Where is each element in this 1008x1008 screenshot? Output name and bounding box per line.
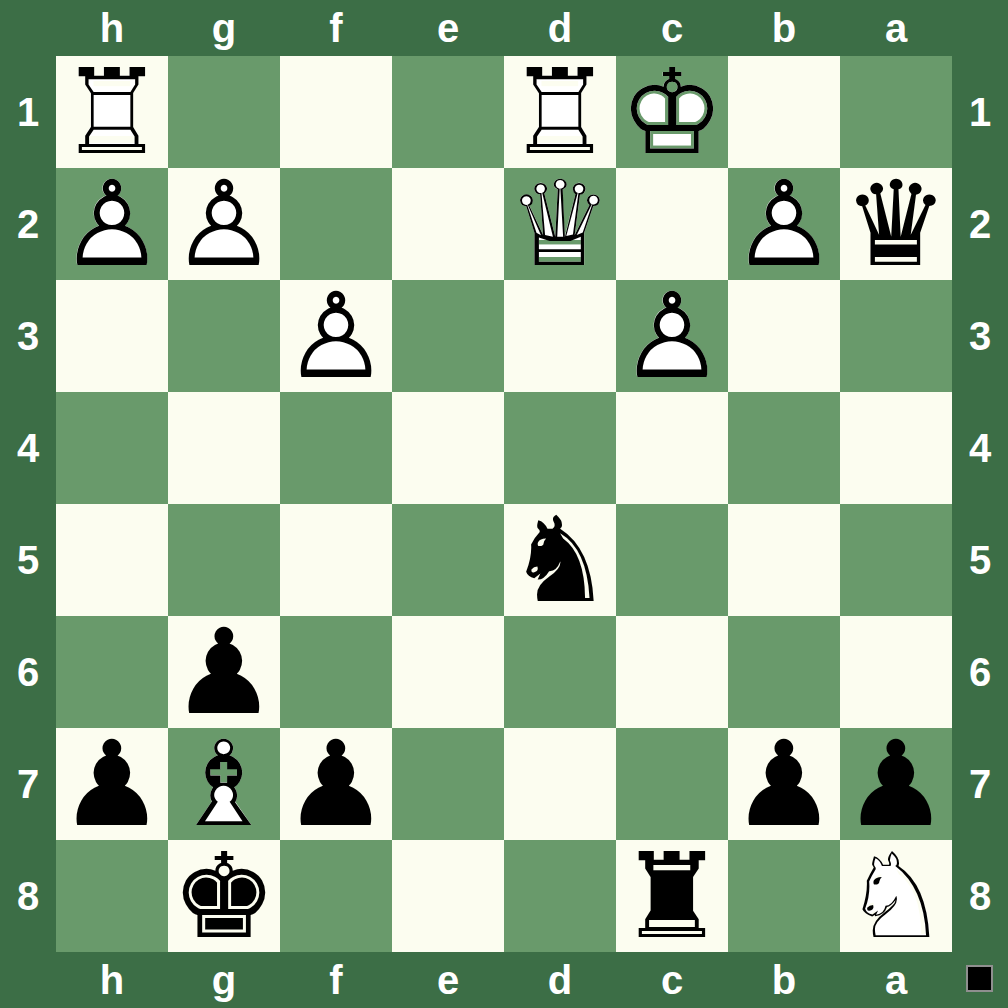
black-pawn-icon: ♟: [840, 728, 952, 840]
square-b1[interactable]: [728, 56, 840, 168]
file-label-g: g: [168, 0, 280, 56]
square-e4[interactable]: [392, 392, 504, 504]
white-bishop-outline-icon: ♗: [168, 728, 280, 840]
square-d4[interactable]: [504, 392, 616, 504]
rank-label-5: 5: [0, 504, 56, 616]
square-d3[interactable]: [504, 280, 616, 392]
black-pawn-icon: ♟: [56, 728, 168, 840]
file-label-d: d: [504, 952, 616, 1008]
square-c1[interactable]: ♚♔: [616, 56, 728, 168]
square-b5[interactable]: [728, 504, 840, 616]
square-e3[interactable]: [392, 280, 504, 392]
square-a5[interactable]: [840, 504, 952, 616]
square-e8[interactable]: [392, 840, 504, 952]
square-c3[interactable]: ♟♙: [616, 280, 728, 392]
black-pawn-icon: ♟: [168, 616, 280, 728]
piece-white-rook[interactable]: ♜♖: [504, 56, 616, 168]
rank-label-7: 7: [952, 728, 1008, 840]
square-f8[interactable]: [280, 840, 392, 952]
file-label-b: b: [728, 952, 840, 1008]
square-f7[interactable]: ♟: [280, 728, 392, 840]
file-labels-top: hgfedcba: [56, 0, 952, 56]
black-pawn-icon: ♟: [280, 728, 392, 840]
square-h2[interactable]: ♟♙: [56, 168, 168, 280]
piece-white-knight[interactable]: ♞♘: [840, 840, 952, 952]
piece-white-queen[interactable]: ♛♕: [504, 168, 616, 280]
piece-black-rook[interactable]: ♜: [616, 840, 728, 952]
square-h6[interactable]: [56, 616, 168, 728]
white-pawn-outline-icon: ♙: [616, 280, 728, 392]
piece-black-knight[interactable]: ♞: [504, 504, 616, 616]
piece-black-king[interactable]: ♚: [168, 840, 280, 952]
white-queen-outline-icon: ♕: [504, 168, 616, 280]
square-h3[interactable]: [56, 280, 168, 392]
piece-white-king[interactable]: ♚♔: [616, 56, 728, 168]
rank-label-8: 8: [952, 840, 1008, 952]
square-d5[interactable]: ♞: [504, 504, 616, 616]
rank-label-6: 6: [0, 616, 56, 728]
square-c8[interactable]: ♜: [616, 840, 728, 952]
rank-label-3: 3: [0, 280, 56, 392]
square-e5[interactable]: [392, 504, 504, 616]
file-label-e: e: [392, 0, 504, 56]
square-a6[interactable]: [840, 616, 952, 728]
square-d1[interactable]: ♜♖: [504, 56, 616, 168]
white-pawn-outline-icon: ♙: [280, 280, 392, 392]
square-a2[interactable]: ♛: [840, 168, 952, 280]
square-c4[interactable]: [616, 392, 728, 504]
black-queen-icon: ♛: [840, 168, 952, 280]
square-c5[interactable]: [616, 504, 728, 616]
file-label-f: f: [280, 952, 392, 1008]
square-h5[interactable]: [56, 504, 168, 616]
square-f6[interactable]: [280, 616, 392, 728]
square-b6[interactable]: [728, 616, 840, 728]
rank-label-2: 2: [952, 168, 1008, 280]
piece-white-pawn[interactable]: ♟♙: [728, 168, 840, 280]
square-g4[interactable]: [168, 392, 280, 504]
square-h7[interactable]: ♟: [56, 728, 168, 840]
square-c2[interactable]: [616, 168, 728, 280]
piece-black-pawn[interactable]: ♟: [280, 728, 392, 840]
piece-black-pawn[interactable]: ♟: [728, 728, 840, 840]
piece-white-pawn[interactable]: ♟♙: [280, 280, 392, 392]
square-b8[interactable]: [728, 840, 840, 952]
square-d8[interactable]: [504, 840, 616, 952]
piece-white-rook[interactable]: ♜♖: [56, 56, 168, 168]
white-pawn-outline-icon: ♙: [56, 168, 168, 280]
square-b7[interactable]: ♟: [728, 728, 840, 840]
rank-label-7: 7: [0, 728, 56, 840]
piece-white-bishop[interactable]: ♝♗: [168, 728, 280, 840]
square-a7[interactable]: ♟: [840, 728, 952, 840]
rank-label-2: 2: [0, 168, 56, 280]
white-pawn-outline-icon: ♙: [728, 168, 840, 280]
rank-label-4: 4: [0, 392, 56, 504]
black-king-icon: ♚: [168, 840, 280, 952]
file-label-h: h: [56, 952, 168, 1008]
black-rook-icon: ♜: [616, 840, 728, 952]
white-rook-outline-icon: ♖: [56, 56, 168, 168]
square-b4[interactable]: [728, 392, 840, 504]
chessboard-frame: hgfedcba hgfedcba 12345678 12345678 ♜♖♜♖…: [0, 0, 1008, 1008]
piece-black-queen[interactable]: ♛: [840, 168, 952, 280]
rank-label-8: 8: [0, 840, 56, 952]
square-e2[interactable]: [392, 168, 504, 280]
white-pawn-outline-icon: ♙: [168, 168, 280, 280]
square-b2[interactable]: ♟♙: [728, 168, 840, 280]
square-f3[interactable]: ♟♙: [280, 280, 392, 392]
square-g8[interactable]: ♚: [168, 840, 280, 952]
square-g7[interactable]: ♝♗: [168, 728, 280, 840]
square-g3[interactable]: [168, 280, 280, 392]
piece-white-pawn[interactable]: ♟♙: [616, 280, 728, 392]
black-to-move-indicator: [966, 965, 993, 992]
square-h4[interactable]: [56, 392, 168, 504]
square-g6[interactable]: ♟: [168, 616, 280, 728]
square-d6[interactable]: [504, 616, 616, 728]
white-knight-outline-icon: ♘: [840, 840, 952, 952]
black-pawn-icon: ♟: [728, 728, 840, 840]
square-a1[interactable]: [840, 56, 952, 168]
square-d7[interactable]: [504, 728, 616, 840]
square-h1[interactable]: ♜♖: [56, 56, 168, 168]
square-g5[interactable]: [168, 504, 280, 616]
square-c7[interactable]: [616, 728, 728, 840]
piece-white-pawn[interactable]: ♟♙: [56, 168, 168, 280]
square-e6[interactable]: [392, 616, 504, 728]
square-b3[interactable]: [728, 280, 840, 392]
square-f1[interactable]: [280, 56, 392, 168]
piece-white-pawn[interactable]: ♟♙: [168, 168, 280, 280]
square-f2[interactable]: [280, 168, 392, 280]
piece-black-pawn[interactable]: ♟: [840, 728, 952, 840]
square-d2[interactable]: ♛♕: [504, 168, 616, 280]
piece-black-pawn[interactable]: ♟: [168, 616, 280, 728]
square-a4[interactable]: [840, 392, 952, 504]
file-label-b: b: [728, 0, 840, 56]
black-knight-icon: ♞: [504, 504, 616, 616]
file-label-a: a: [840, 0, 952, 56]
square-g1[interactable]: [168, 56, 280, 168]
rank-label-6: 6: [952, 616, 1008, 728]
rank-label-5: 5: [952, 504, 1008, 616]
rank-labels-right: 12345678: [952, 56, 1008, 952]
square-f4[interactable]: [280, 392, 392, 504]
rank-label-1: 1: [0, 56, 56, 168]
square-e7[interactable]: [392, 728, 504, 840]
chess-board[interactable]: ♜♖♜♖♚♔♟♙♟♙♛♕♟♙♛♟♙♟♙♞♟♟♝♗♟♟♟♚♜♞♘: [56, 56, 952, 952]
square-g2[interactable]: ♟♙: [168, 168, 280, 280]
piece-black-pawn[interactable]: ♟: [56, 728, 168, 840]
file-label-e: e: [392, 952, 504, 1008]
square-h8[interactable]: [56, 840, 168, 952]
file-label-f: f: [280, 0, 392, 56]
square-f5[interactable]: [280, 504, 392, 616]
square-e1[interactable]: [392, 56, 504, 168]
square-a3[interactable]: [840, 280, 952, 392]
white-rook-outline-icon: ♖: [504, 56, 616, 168]
white-king-outline-icon: ♔: [616, 56, 728, 168]
rank-label-1: 1: [952, 56, 1008, 168]
rank-labels-left: 12345678: [0, 56, 56, 952]
rank-label-4: 4: [952, 392, 1008, 504]
square-c6[interactable]: [616, 616, 728, 728]
square-a8[interactable]: ♞♘: [840, 840, 952, 952]
rank-label-3: 3: [952, 280, 1008, 392]
